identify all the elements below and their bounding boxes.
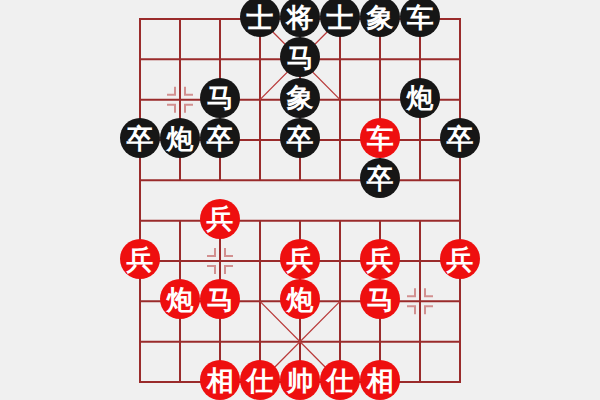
piece-black-soldier[interactable]: 卒 — [200, 118, 240, 158]
piece-red-soldier[interactable]: 兵 — [120, 239, 160, 279]
piece-red-elephant[interactable]: 相 — [200, 360, 240, 400]
piece-black-soldier[interactable]: 卒 — [120, 118, 160, 158]
piece-red-elephant[interactable]: 相 — [360, 360, 400, 400]
piece-red-chariot[interactable]: 车 — [360, 118, 400, 158]
star-marker — [225, 248, 233, 256]
piece-black-cannon[interactable]: 炮 — [400, 78, 440, 118]
star-marker — [185, 105, 193, 113]
piece-black-horse[interactable]: 马 — [200, 78, 240, 118]
piece-black-cannon[interactable]: 炮 — [160, 118, 200, 158]
star-marker — [407, 288, 415, 296]
star-marker — [207, 248, 215, 256]
star-marker — [167, 105, 175, 113]
piece-red-soldier[interactable]: 兵 — [280, 239, 320, 279]
star-marker — [425, 306, 433, 314]
star-marker — [425, 288, 433, 296]
piece-red-advisor[interactable]: 仕 — [240, 360, 280, 400]
piece-red-soldier[interactable]: 兵 — [200, 199, 240, 239]
star-marker — [207, 266, 215, 274]
piece-red-advisor[interactable]: 仕 — [320, 360, 360, 400]
star-marker — [225, 266, 233, 274]
piece-black-soldier[interactable]: 卒 — [280, 118, 320, 158]
piece-red-general[interactable]: 帅 — [280, 360, 320, 400]
star-marker — [407, 306, 415, 314]
star-marker — [185, 87, 193, 95]
piece-black-elephant[interactable]: 象 — [280, 78, 320, 118]
xiangqi-board: 士将士象车马马象炮卒炮卒卒卒卒车兵兵兵兵兵炮马炮马相仕帅仕相 — [0, 0, 600, 400]
star-marker — [167, 87, 175, 95]
piece-red-soldier[interactable]: 兵 — [360, 239, 400, 279]
piece-black-soldier[interactable]: 卒 — [440, 118, 480, 158]
piece-red-soldier[interactable]: 兵 — [440, 239, 480, 279]
